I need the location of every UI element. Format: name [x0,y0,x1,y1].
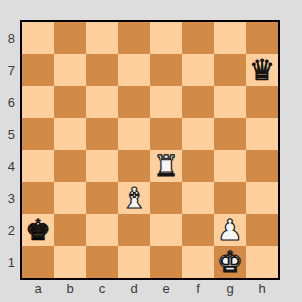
black-king[interactable]: ♚ [25,214,51,246]
square-g5[interactable] [214,118,246,150]
square-d4[interactable] [118,150,150,182]
file-labels: a b c d e f g h [22,281,278,299]
square-g3[interactable] [214,182,246,214]
square-e1[interactable] [150,246,182,278]
square-e8[interactable] [150,22,182,54]
chess-app: 8 7 6 5 4 3 2 1 ♛♜♝♚♟♚ a b c d e f g h [0,0,302,302]
black-queen[interactable]: ♛ [249,54,275,86]
square-a8[interactable] [22,22,54,54]
square-d7[interactable] [118,54,150,86]
file-label-b: b [54,281,86,299]
rank-label-3: 3 [0,182,18,214]
square-c5[interactable] [86,118,118,150]
file-label-d: d [118,281,150,299]
square-a5[interactable] [22,118,54,150]
rank-labels: 8 7 6 5 4 3 2 1 [0,22,18,278]
square-c7[interactable] [86,54,118,86]
square-e6[interactable] [150,86,182,118]
square-a4[interactable] [22,150,54,182]
square-d1[interactable] [118,246,150,278]
square-h8[interactable] [246,22,278,54]
file-label-h: h [246,281,278,299]
square-d6[interactable] [118,86,150,118]
square-f4[interactable] [182,150,214,182]
square-f7[interactable] [182,54,214,86]
square-b3[interactable] [54,182,86,214]
square-f2[interactable] [182,214,214,246]
square-a3[interactable] [22,182,54,214]
rank-label-1: 1 [0,246,18,278]
file-label-a: a [22,281,54,299]
square-f6[interactable] [182,86,214,118]
file-label-e: e [150,281,182,299]
square-g4[interactable] [214,150,246,182]
white-rook[interactable]: ♜ [153,150,179,182]
square-e7[interactable] [150,54,182,86]
square-b4[interactable] [54,150,86,182]
square-b1[interactable] [54,246,86,278]
square-a7[interactable] [22,54,54,86]
chess-board: ♛♜♝♚♟♚ [20,20,280,280]
square-c3[interactable] [86,182,118,214]
square-e3[interactable] [150,182,182,214]
rank-label-6: 6 [0,86,18,118]
square-e5[interactable] [150,118,182,150]
square-b6[interactable] [54,86,86,118]
square-g1[interactable]: ♚ [214,246,246,278]
square-h1[interactable] [246,246,278,278]
square-c8[interactable] [86,22,118,54]
square-f3[interactable] [182,182,214,214]
file-label-c: c [86,281,118,299]
square-b8[interactable] [54,22,86,54]
square-g8[interactable] [214,22,246,54]
rank-label-4: 4 [0,150,18,182]
file-label-g: g [214,281,246,299]
square-b5[interactable] [54,118,86,150]
square-a2[interactable]: ♚ [22,214,54,246]
rank-label-8: 8 [0,22,18,54]
square-g6[interactable] [214,86,246,118]
rank-label-5: 5 [0,118,18,150]
square-e2[interactable] [150,214,182,246]
square-b2[interactable] [54,214,86,246]
square-g7[interactable] [214,54,246,86]
square-d2[interactable] [118,214,150,246]
square-h7[interactable]: ♛ [246,54,278,86]
square-h4[interactable] [246,150,278,182]
white-king[interactable]: ♚ [217,246,243,278]
square-f8[interactable] [182,22,214,54]
square-h2[interactable] [246,214,278,246]
white-bishop[interactable]: ♝ [121,182,147,214]
square-c1[interactable] [86,246,118,278]
white-pawn[interactable]: ♟ [217,214,243,246]
square-b7[interactable] [54,54,86,86]
square-a1[interactable] [22,246,54,278]
rank-label-7: 7 [0,54,18,86]
square-e4[interactable]: ♜ [150,150,182,182]
square-c4[interactable] [86,150,118,182]
square-f1[interactable] [182,246,214,278]
square-f5[interactable] [182,118,214,150]
square-d8[interactable] [118,22,150,54]
square-d3[interactable]: ♝ [118,182,150,214]
square-c6[interactable] [86,86,118,118]
file-label-f: f [182,281,214,299]
square-c2[interactable] [86,214,118,246]
square-d5[interactable] [118,118,150,150]
square-g2[interactable]: ♟ [214,214,246,246]
rank-label-2: 2 [0,214,18,246]
square-a6[interactable] [22,86,54,118]
square-h5[interactable] [246,118,278,150]
square-h6[interactable] [246,86,278,118]
square-h3[interactable] [246,182,278,214]
